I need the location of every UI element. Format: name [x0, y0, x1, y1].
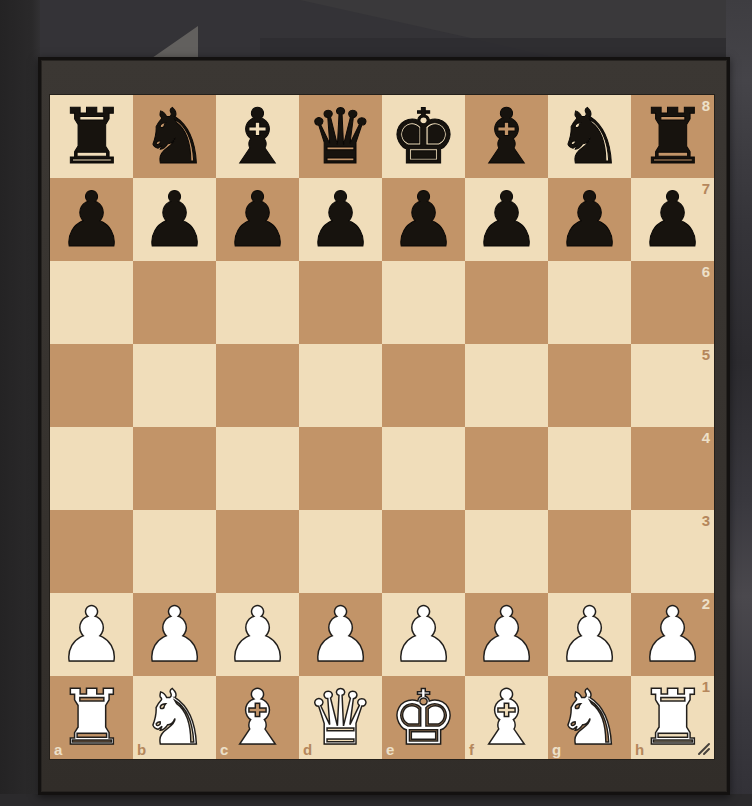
- square-g6[interactable]: [548, 261, 631, 344]
- coord-rank-6: 6: [702, 264, 710, 279]
- background-dark-wedge: [0, 0, 600, 58]
- square-c2[interactable]: ♟: [216, 593, 299, 676]
- piece-black-knight[interactable]: ♞: [548, 95, 631, 178]
- square-c7[interactable]: ♟: [216, 178, 299, 261]
- piece-black-pawn[interactable]: ♟: [631, 178, 714, 261]
- square-f8[interactable]: ♝: [465, 95, 548, 178]
- square-g4[interactable]: [548, 427, 631, 510]
- square-h8[interactable]: ♜8: [631, 95, 714, 178]
- square-b5[interactable]: [133, 344, 216, 427]
- square-e6[interactable]: [382, 261, 465, 344]
- square-a1[interactable]: ♜a: [50, 676, 133, 759]
- square-d7[interactable]: ♟: [299, 178, 382, 261]
- piece-black-bishop[interactable]: ♝: [216, 95, 299, 178]
- square-f4[interactable]: [465, 427, 548, 510]
- square-f7[interactable]: ♟: [465, 178, 548, 261]
- coord-rank-5: 5: [702, 347, 710, 362]
- square-f5[interactable]: [465, 344, 548, 427]
- square-a4[interactable]: [50, 427, 133, 510]
- square-e1[interactable]: ♚e: [382, 676, 465, 759]
- square-a5[interactable]: [50, 344, 133, 427]
- square-c4[interactable]: [216, 427, 299, 510]
- chess-board[interactable]: ♜♞♝♛♚♝♞♜8♟♟♟♟♟♟♟♟76543♟♟♟♟♟♟♟♟2♜a♞b♝c♛d♚…: [50, 95, 714, 759]
- piece-white-queen[interactable]: ♛: [299, 676, 382, 759]
- piece-black-pawn[interactable]: ♟: [382, 178, 465, 261]
- square-d5[interactable]: [299, 344, 382, 427]
- board-resize-grip-icon[interactable]: [693, 738, 711, 756]
- square-b8[interactable]: ♞: [133, 95, 216, 178]
- piece-white-bishop[interactable]: ♝: [216, 676, 299, 759]
- square-d6[interactable]: [299, 261, 382, 344]
- piece-black-knight[interactable]: ♞: [133, 95, 216, 178]
- background-bottom-strip: [0, 794, 752, 806]
- square-b3[interactable]: [133, 510, 216, 593]
- piece-white-pawn[interactable]: ♟: [548, 593, 631, 676]
- square-h2[interactable]: ♟2: [631, 593, 714, 676]
- piece-black-pawn[interactable]: ♟: [548, 178, 631, 261]
- square-b6[interactable]: [133, 261, 216, 344]
- square-c3[interactable]: [216, 510, 299, 593]
- square-c6[interactable]: [216, 261, 299, 344]
- background-light-triangle: [152, 26, 198, 58]
- square-g3[interactable]: [548, 510, 631, 593]
- piece-white-pawn[interactable]: ♟: [133, 593, 216, 676]
- piece-white-rook[interactable]: ♜: [50, 676, 133, 759]
- piece-black-bishop[interactable]: ♝: [465, 95, 548, 178]
- square-e4[interactable]: [382, 427, 465, 510]
- piece-black-queen[interactable]: ♛: [299, 95, 382, 178]
- square-a2[interactable]: ♟: [50, 593, 133, 676]
- square-b1[interactable]: ♞b: [133, 676, 216, 759]
- square-h6[interactable]: 6: [631, 261, 714, 344]
- square-h4[interactable]: 4: [631, 427, 714, 510]
- piece-white-bishop[interactable]: ♝: [465, 676, 548, 759]
- piece-white-pawn[interactable]: ♟: [465, 593, 548, 676]
- square-f3[interactable]: [465, 510, 548, 593]
- square-h7[interactable]: ♟7: [631, 178, 714, 261]
- square-h5[interactable]: 5: [631, 344, 714, 427]
- piece-white-king[interactable]: ♚: [382, 676, 465, 759]
- square-g1[interactable]: ♞g: [548, 676, 631, 759]
- app-background: ♜♞♝♛♚♝♞♜8♟♟♟♟♟♟♟♟76543♟♟♟♟♟♟♟♟2♜a♞b♝c♛d♚…: [0, 0, 752, 806]
- background-horizontal-beam: [260, 38, 752, 58]
- square-c5[interactable]: [216, 344, 299, 427]
- square-g8[interactable]: ♞: [548, 95, 631, 178]
- piece-black-rook[interactable]: ♜: [631, 95, 714, 178]
- square-a7[interactable]: ♟: [50, 178, 133, 261]
- square-a6[interactable]: [50, 261, 133, 344]
- coord-rank-3: 3: [702, 513, 710, 528]
- background-left-column: [0, 0, 40, 806]
- square-e5[interactable]: [382, 344, 465, 427]
- square-a8[interactable]: ♜: [50, 95, 133, 178]
- piece-white-pawn[interactable]: ♟: [299, 593, 382, 676]
- piece-black-pawn[interactable]: ♟: [133, 178, 216, 261]
- square-d8[interactable]: ♛: [299, 95, 382, 178]
- square-g2[interactable]: ♟: [548, 593, 631, 676]
- piece-white-pawn[interactable]: ♟: [382, 593, 465, 676]
- coord-rank-4: 4: [702, 430, 710, 445]
- piece-white-knight[interactable]: ♞: [548, 676, 631, 759]
- piece-black-pawn[interactable]: ♟: [465, 178, 548, 261]
- square-c8[interactable]: ♝: [216, 95, 299, 178]
- square-e8[interactable]: ♚: [382, 95, 465, 178]
- piece-white-knight[interactable]: ♞: [133, 676, 216, 759]
- square-d2[interactable]: ♟: [299, 593, 382, 676]
- square-d3[interactable]: [299, 510, 382, 593]
- square-f2[interactable]: ♟: [465, 593, 548, 676]
- square-b2[interactable]: ♟: [133, 593, 216, 676]
- square-e3[interactable]: [382, 510, 465, 593]
- piece-black-rook[interactable]: ♜: [50, 95, 133, 178]
- square-b7[interactable]: ♟: [133, 178, 216, 261]
- square-a3[interactable]: [50, 510, 133, 593]
- square-d1[interactable]: ♛d: [299, 676, 382, 759]
- piece-black-king[interactable]: ♚: [382, 95, 465, 178]
- piece-black-pawn[interactable]: ♟: [299, 178, 382, 261]
- piece-white-pawn[interactable]: ♟: [631, 593, 714, 676]
- square-d4[interactable]: [299, 427, 382, 510]
- piece-black-pawn[interactable]: ♟: [216, 178, 299, 261]
- square-h3[interactable]: 3: [631, 510, 714, 593]
- square-e2[interactable]: ♟: [382, 593, 465, 676]
- piece-black-pawn[interactable]: ♟: [50, 178, 133, 261]
- square-f6[interactable]: [465, 261, 548, 344]
- square-b4[interactable]: [133, 427, 216, 510]
- square-e7[interactable]: ♟: [382, 178, 465, 261]
- square-f1[interactable]: ♝f: [465, 676, 548, 759]
- square-c1[interactable]: ♝c: [216, 676, 299, 759]
- square-g7[interactable]: ♟: [548, 178, 631, 261]
- piece-white-pawn[interactable]: ♟: [216, 593, 299, 676]
- piece-white-pawn[interactable]: ♟: [50, 593, 133, 676]
- square-g5[interactable]: [548, 344, 631, 427]
